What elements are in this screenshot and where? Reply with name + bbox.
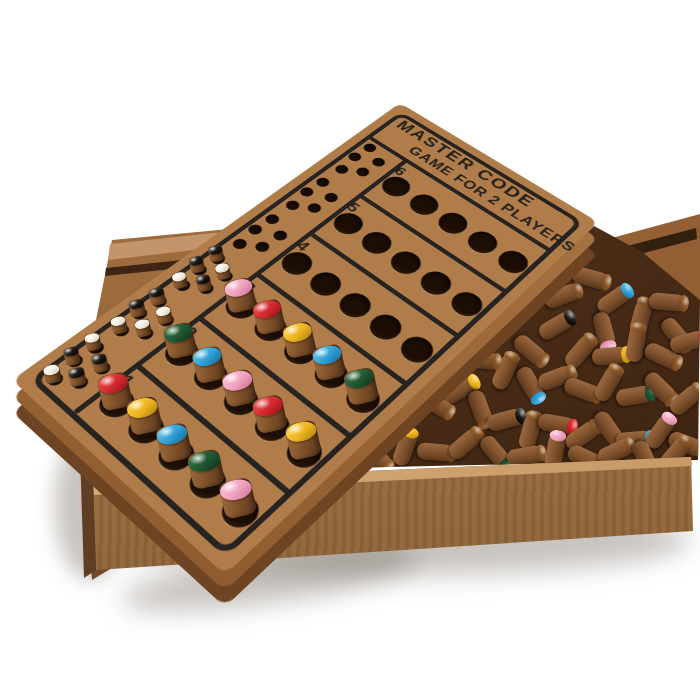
feedback-peg-row1-pos2[interactable]: [90, 352, 109, 373]
feedback-peg-row1-pos4[interactable]: [68, 367, 87, 388]
feedback-peg-row3-pos1[interactable]: [207, 244, 224, 263]
feedback-peg-row1-pos5[interactable]: [43, 363, 62, 384]
feedback-peg-row2-pos2[interactable]: [155, 305, 173, 325]
feedback-peg-row3-pos5[interactable]: [172, 271, 190, 290]
code-peg-row3-pos5[interactable]: [343, 367, 379, 407]
feedback-peg-row2-pos3[interactable]: [128, 299, 146, 319]
feedback-peg-row1-pos1[interactable]: [84, 332, 103, 352]
code-peg-row2-pos4[interactable]: [252, 393, 289, 434]
feedback-peg-row2-pos1[interactable]: [148, 287, 166, 307]
feedback-peg-row3-pos4[interactable]: [195, 274, 213, 293]
product-photo: MASTER CODE GAME FOR 2 PLAYERS 654321: [0, 0, 700, 700]
code-peg-row1-pos5[interactable]: [218, 476, 258, 519]
feedback-peg-row3-pos2[interactable]: [214, 262, 231, 281]
code-peg-row2-pos5[interactable]: [283, 419, 321, 461]
feedback-peg-row1-pos3[interactable]: [63, 345, 82, 366]
feedback-peg-row3-pos3[interactable]: [188, 255, 205, 274]
feedback-peg-row2-pos5[interactable]: [110, 315, 128, 335]
board-pegs-layer: [0, 0, 700, 700]
code-peg-row3-pos2[interactable]: [251, 298, 286, 336]
code-peg-row3-pos4[interactable]: [312, 343, 348, 382]
feedback-peg-row2-pos4[interactable]: [134, 318, 152, 338]
